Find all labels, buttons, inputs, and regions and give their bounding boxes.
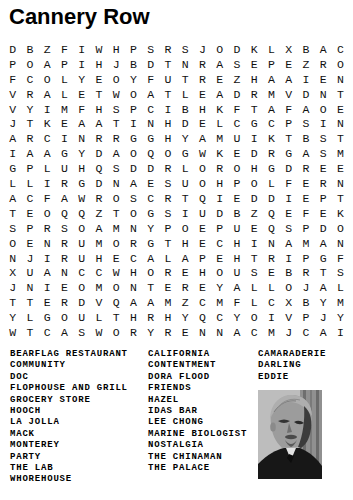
grid-cell[interactable]: D: [142, 161, 159, 176]
grid-cell[interactable]: Y: [211, 280, 228, 295]
grid-cell[interactable]: S: [315, 131, 332, 146]
grid-cell[interactable]: H: [73, 161, 90, 176]
grid-cell[interactable]: L: [56, 87, 73, 102]
grid-cell[interactable]: N: [39, 236, 56, 251]
grid-cell[interactable]: R: [159, 325, 176, 340]
grid-cell[interactable]: Z: [39, 42, 56, 57]
grid-cell[interactable]: H: [90, 57, 107, 72]
grid-cell[interactable]: P: [263, 57, 280, 72]
grid-cell[interactable]: A: [228, 325, 245, 340]
grid-cell[interactable]: I: [39, 102, 56, 117]
grid-cell[interactable]: V: [90, 295, 107, 310]
grid-cell[interactable]: I: [73, 57, 90, 72]
grid-cell[interactable]: B: [297, 295, 314, 310]
grid-cell[interactable]: N: [263, 236, 280, 251]
grid-cell[interactable]: G: [125, 131, 142, 146]
grid-cell[interactable]: R: [177, 280, 194, 295]
grid-cell[interactable]: P: [297, 221, 314, 236]
grid-cell[interactable]: E: [246, 221, 263, 236]
grid-cell[interactable]: S: [108, 102, 125, 117]
grid-cell[interactable]: T: [246, 102, 263, 117]
grid-cell[interactable]: S: [315, 146, 332, 161]
grid-cell[interactable]: L: [159, 251, 176, 266]
grid-cell[interactable]: A: [142, 87, 159, 102]
grid-cell[interactable]: D: [315, 221, 332, 236]
grid-cell[interactable]: I: [263, 310, 280, 325]
grid-cell[interactable]: O: [108, 325, 125, 340]
grid-cell[interactable]: F: [297, 206, 314, 221]
grid-cell[interactable]: H: [194, 265, 211, 280]
grid-cell[interactable]: J: [21, 251, 38, 266]
grid-cell[interactable]: D: [211, 206, 228, 221]
grid-cell[interactable]: Q: [142, 146, 159, 161]
grid-cell[interactable]: C: [263, 295, 280, 310]
grid-cell[interactable]: R: [56, 295, 73, 310]
grid-cell[interactable]: P: [297, 251, 314, 266]
grid-cell[interactable]: C: [297, 325, 314, 340]
grid-cell[interactable]: N: [332, 116, 349, 131]
grid-cell[interactable]: T: [332, 87, 349, 102]
grid-cell[interactable]: E: [177, 265, 194, 280]
grid-cell[interactable]: Q: [90, 161, 107, 176]
grid-cell[interactable]: L: [21, 176, 38, 191]
grid-cell[interactable]: P: [21, 221, 38, 236]
grid-cell[interactable]: X: [4, 265, 21, 280]
grid-cell[interactable]: W: [108, 265, 125, 280]
grid-cell[interactable]: V: [280, 87, 297, 102]
grid-cell[interactable]: W: [90, 42, 107, 57]
grid-cell[interactable]: R: [90, 131, 107, 146]
grid-cell[interactable]: U: [56, 161, 73, 176]
grid-cell[interactable]: P: [125, 102, 142, 117]
grid-cell[interactable]: E: [211, 72, 228, 87]
grid-cell[interactable]: J: [280, 325, 297, 340]
grid-cell[interactable]: N: [21, 280, 38, 295]
grid-cell[interactable]: O: [280, 280, 297, 295]
grid-cell[interactable]: Q: [73, 206, 90, 221]
grid-cell[interactable]: N: [56, 265, 73, 280]
grid-cell[interactable]: R: [297, 161, 314, 176]
grid-cell[interactable]: E: [332, 161, 349, 176]
grid-cell[interactable]: Y: [125, 72, 142, 87]
grid-cell[interactable]: R: [56, 236, 73, 251]
grid-cell[interactable]: C: [90, 265, 107, 280]
grid-cell[interactable]: H: [125, 310, 142, 325]
grid-cell[interactable]: G: [177, 146, 194, 161]
grid-cell[interactable]: T: [4, 206, 21, 221]
grid-cell[interactable]: V: [4, 87, 21, 102]
grid-cell[interactable]: I: [159, 102, 176, 117]
grid-cell[interactable]: E: [211, 251, 228, 266]
grid-cell[interactable]: P: [211, 221, 228, 236]
grid-cell[interactable]: T: [159, 236, 176, 251]
grid-cell[interactable]: G: [246, 116, 263, 131]
grid-cell[interactable]: L: [90, 310, 107, 325]
grid-cell[interactable]: T: [332, 191, 349, 206]
grid-cell[interactable]: Q: [56, 206, 73, 221]
grid-cell[interactable]: O: [125, 87, 142, 102]
grid-cell[interactable]: O: [194, 176, 211, 191]
grid-cell[interactable]: R: [211, 161, 228, 176]
grid-cell[interactable]: F: [332, 251, 349, 266]
grid-cell[interactable]: A: [125, 176, 142, 191]
grid-cell[interactable]: N: [332, 176, 349, 191]
grid-cell[interactable]: G: [56, 146, 73, 161]
grid-cell[interactable]: Q: [194, 310, 211, 325]
grid-cell[interactable]: Z: [297, 57, 314, 72]
grid-cell[interactable]: F: [142, 72, 159, 87]
grid-cell[interactable]: A: [263, 102, 280, 117]
grid-cell[interactable]: L: [263, 280, 280, 295]
grid-cell[interactable]: O: [194, 161, 211, 176]
grid-cell[interactable]: G: [315, 251, 332, 266]
grid-cell[interactable]: H: [228, 251, 245, 266]
grid-cell[interactable]: E: [194, 236, 211, 251]
grid-cell[interactable]: I: [39, 280, 56, 295]
grid-cell[interactable]: E: [246, 57, 263, 72]
grid-cell[interactable]: I: [39, 251, 56, 266]
grid-cell[interactable]: Y: [177, 131, 194, 146]
grid-cell[interactable]: P: [315, 191, 332, 206]
grid-cell[interactable]: P: [56, 57, 73, 72]
grid-cell[interactable]: D: [90, 146, 107, 161]
grid-cell[interactable]: O: [177, 221, 194, 236]
grid-cell[interactable]: L: [263, 176, 280, 191]
grid-cell[interactable]: D: [4, 42, 21, 57]
grid-cell[interactable]: R: [159, 42, 176, 57]
grid-cell[interactable]: M: [56, 102, 73, 117]
grid-cell[interactable]: C: [39, 325, 56, 340]
grid-cell[interactable]: N: [4, 251, 21, 266]
grid-cell[interactable]: L: [246, 295, 263, 310]
grid-cell[interactable]: T: [315, 265, 332, 280]
grid-cell[interactable]: J: [315, 310, 332, 325]
grid-cell[interactable]: R: [125, 325, 142, 340]
grid-cell[interactable]: R: [108, 131, 125, 146]
grid-cell[interactable]: M: [263, 87, 280, 102]
grid-cell[interactable]: E: [142, 176, 159, 191]
grid-cell[interactable]: M: [263, 325, 280, 340]
grid-cell[interactable]: D: [280, 161, 297, 176]
grid-cell[interactable]: A: [39, 146, 56, 161]
grid-cell[interactable]: A: [56, 191, 73, 206]
grid-cell[interactable]: A: [90, 221, 107, 236]
grid-cell[interactable]: W: [4, 325, 21, 340]
grid-cell[interactable]: U: [228, 131, 245, 146]
grid-cell[interactable]: Z: [228, 72, 245, 87]
grid-cell[interactable]: L: [211, 116, 228, 131]
grid-cell[interactable]: Z: [246, 206, 263, 221]
grid-cell[interactable]: T: [142, 280, 159, 295]
grid-cell[interactable]: S: [125, 191, 142, 206]
grid-cell[interactable]: E: [280, 57, 297, 72]
grid-cell[interactable]: N: [177, 57, 194, 72]
grid-cell[interactable]: O: [125, 146, 142, 161]
grid-cell[interactable]: Y: [73, 72, 90, 87]
grid-cell[interactable]: O: [108, 72, 125, 87]
grid-cell[interactable]: A: [194, 131, 211, 146]
grid-cell[interactable]: R: [315, 176, 332, 191]
grid-cell[interactable]: B: [297, 42, 314, 57]
grid-cell[interactable]: C: [246, 325, 263, 340]
grid-cell[interactable]: J: [4, 280, 21, 295]
grid-cell[interactable]: O: [211, 265, 228, 280]
grid-cell[interactable]: M: [332, 146, 349, 161]
grid-cell[interactable]: E: [39, 295, 56, 310]
grid-cell[interactable]: Q: [194, 191, 211, 206]
grid-cell[interactable]: S: [73, 325, 90, 340]
grid-cell[interactable]: Y: [4, 310, 21, 325]
grid-cell[interactable]: A: [90, 116, 107, 131]
grid-cell[interactable]: F: [280, 176, 297, 191]
grid-cell[interactable]: I: [4, 146, 21, 161]
grid-cell[interactable]: I: [332, 325, 349, 340]
grid-cell[interactable]: D: [246, 146, 263, 161]
grid-cell[interactable]: D: [263, 191, 280, 206]
grid-cell[interactable]: D: [228, 42, 245, 57]
grid-cell[interactable]: W: [108, 87, 125, 102]
grid-cell[interactable]: S: [228, 57, 245, 72]
grid-cell[interactable]: J: [194, 42, 211, 57]
grid-cell[interactable]: S: [56, 221, 73, 236]
grid-cell[interactable]: W: [73, 191, 90, 206]
grid-cell[interactable]: R: [39, 221, 56, 236]
grid-cell[interactable]: M: [90, 280, 107, 295]
grid-cell[interactable]: Q: [263, 221, 280, 236]
grid-cell[interactable]: M: [159, 295, 176, 310]
grid-cell[interactable]: T: [159, 87, 176, 102]
grid-cell[interactable]: A: [142, 295, 159, 310]
grid-cell[interactable]: R: [125, 236, 142, 251]
grid-cell[interactable]: E: [177, 325, 194, 340]
grid-cell[interactable]: E: [228, 191, 245, 206]
grid-cell[interactable]: O: [211, 42, 228, 57]
grid-cell[interactable]: E: [315, 72, 332, 87]
grid-cell[interactable]: F: [56, 42, 73, 57]
grid-cell[interactable]: N: [332, 72, 349, 87]
grid-cell[interactable]: L: [177, 87, 194, 102]
grid-cell[interactable]: Q: [263, 206, 280, 221]
grid-cell[interactable]: N: [211, 325, 228, 340]
grid-cell[interactable]: E: [21, 206, 38, 221]
grid-cell[interactable]: U: [228, 221, 245, 236]
grid-cell[interactable]: B: [125, 57, 142, 72]
grid-cell[interactable]: K: [332, 206, 349, 221]
grid-cell[interactable]: A: [315, 325, 332, 340]
grid-cell[interactable]: H: [159, 116, 176, 131]
grid-cell[interactable]: S: [177, 42, 194, 57]
grid-cell[interactable]: K: [246, 42, 263, 57]
grid-cell[interactable]: T: [108, 310, 125, 325]
grid-cell[interactable]: E: [194, 87, 211, 102]
grid-cell[interactable]: N: [125, 280, 142, 295]
grid-cell[interactable]: Z: [177, 295, 194, 310]
grid-cell[interactable]: T: [280, 131, 297, 146]
grid-cell[interactable]: H: [177, 236, 194, 251]
grid-cell[interactable]: S: [159, 176, 176, 191]
grid-cell[interactable]: M: [332, 295, 349, 310]
grid-cell[interactable]: A: [39, 265, 56, 280]
grid-cell[interactable]: E: [159, 280, 176, 295]
grid-cell[interactable]: A: [108, 146, 125, 161]
grid-cell[interactable]: C: [21, 72, 38, 87]
grid-cell[interactable]: M: [90, 236, 107, 251]
grid-cell[interactable]: N: [142, 116, 159, 131]
grid-cell[interactable]: J: [108, 57, 125, 72]
grid-cell[interactable]: E: [194, 280, 211, 295]
grid-cell[interactable]: R: [263, 251, 280, 266]
grid-cell[interactable]: O: [125, 206, 142, 221]
grid-cell[interactable]: D: [125, 161, 142, 176]
grid-cell[interactable]: C: [211, 310, 228, 325]
grid-cell[interactable]: Z: [90, 206, 107, 221]
grid-cell[interactable]: C: [142, 102, 159, 117]
grid-cell[interactable]: G: [280, 146, 297, 161]
grid-cell[interactable]: T: [159, 57, 176, 72]
grid-cell[interactable]: H: [211, 176, 228, 191]
grid-cell[interactable]: O: [332, 221, 349, 236]
grid-cell[interactable]: O: [228, 161, 245, 176]
grid-cell[interactable]: O: [73, 280, 90, 295]
grid-cell[interactable]: L: [39, 161, 56, 176]
grid-cell[interactable]: A: [4, 191, 21, 206]
grid-cell[interactable]: U: [73, 310, 90, 325]
grid-cell[interactable]: F: [4, 72, 21, 87]
grid-cell[interactable]: L: [263, 42, 280, 57]
grid-cell[interactable]: T: [21, 295, 38, 310]
grid-cell[interactable]: T: [108, 206, 125, 221]
grid-cell[interactable]: C: [142, 191, 159, 206]
grid-cell[interactable]: U: [73, 236, 90, 251]
grid-cell[interactable]: F: [280, 102, 297, 117]
grid-cell[interactable]: A: [263, 72, 280, 87]
grid-cell[interactable]: D: [228, 87, 245, 102]
grid-cell[interactable]: R: [159, 161, 176, 176]
grid-cell[interactable]: Y: [315, 295, 332, 310]
grid-cell[interactable]: R: [21, 131, 38, 146]
grid-cell[interactable]: T: [108, 116, 125, 131]
grid-cell[interactable]: N: [125, 221, 142, 236]
grid-cell[interactable]: F: [228, 102, 245, 117]
grid-cell[interactable]: X: [280, 42, 297, 57]
grid-cell[interactable]: A: [297, 146, 314, 161]
grid-cell[interactable]: L: [21, 310, 38, 325]
grid-cell[interactable]: F: [73, 102, 90, 117]
grid-cell[interactable]: B: [297, 131, 314, 146]
grid-cell[interactable]: P: [4, 57, 21, 72]
grid-cell[interactable]: T: [90, 87, 107, 102]
grid-cell[interactable]: E: [194, 221, 211, 236]
grid-cell[interactable]: G: [263, 161, 280, 176]
grid-cell[interactable]: C: [228, 116, 245, 131]
grid-cell[interactable]: D: [177, 116, 194, 131]
grid-cell[interactable]: L: [332, 280, 349, 295]
grid-cell[interactable]: A: [56, 325, 73, 340]
grid-cell[interactable]: S: [280, 221, 297, 236]
grid-cell[interactable]: H: [159, 131, 176, 146]
grid-cell[interactable]: R: [159, 265, 176, 280]
grid-cell[interactable]: R: [56, 176, 73, 191]
grid-cell[interactable]: H: [108, 42, 125, 57]
grid-cell[interactable]: N: [194, 325, 211, 340]
grid-cell[interactable]: M: [211, 131, 228, 146]
grid-cell[interactable]: N: [315, 87, 332, 102]
grid-cell[interactable]: I: [125, 116, 142, 131]
grid-cell[interactable]: P: [280, 116, 297, 131]
grid-cell[interactable]: I: [246, 236, 263, 251]
grid-cell[interactable]: O: [108, 236, 125, 251]
grid-cell[interactable]: S: [4, 221, 21, 236]
grid-cell[interactable]: O: [246, 176, 263, 191]
grid-cell[interactable]: E: [194, 116, 211, 131]
grid-cell[interactable]: R: [263, 146, 280, 161]
grid-cell[interactable]: Y: [73, 146, 90, 161]
grid-cell[interactable]: C: [194, 295, 211, 310]
grid-cell[interactable]: G: [142, 131, 159, 146]
grid-cell[interactable]: H: [228, 236, 245, 251]
grid-cell[interactable]: R: [56, 251, 73, 266]
grid-cell[interactable]: C: [263, 116, 280, 131]
grid-cell[interactable]: N: [332, 236, 349, 251]
grid-cell[interactable]: E: [56, 280, 73, 295]
grid-cell[interactable]: A: [280, 72, 297, 87]
grid-cell[interactable]: E: [56, 116, 73, 131]
grid-cell[interactable]: O: [39, 206, 56, 221]
grid-cell[interactable]: D: [73, 295, 90, 310]
grid-cell[interactable]: Y: [142, 325, 159, 340]
grid-cell[interactable]: H: [194, 102, 211, 117]
grid-cell[interactable]: A: [315, 42, 332, 57]
grid-cell[interactable]: R: [297, 265, 314, 280]
grid-cell[interactable]: O: [73, 221, 90, 236]
grid-cell[interactable]: U: [194, 206, 211, 221]
grid-cell[interactable]: G: [4, 161, 21, 176]
grid-cell[interactable]: E: [297, 191, 314, 206]
grid-cell[interactable]: E: [280, 206, 297, 221]
grid-cell[interactable]: K: [211, 146, 228, 161]
grid-cell[interactable]: P: [159, 221, 176, 236]
grid-cell[interactable]: Y: [228, 310, 245, 325]
grid-cell[interactable]: I: [246, 131, 263, 146]
grid-cell[interactable]: S: [246, 265, 263, 280]
grid-cell[interactable]: X: [280, 295, 297, 310]
grid-cell[interactable]: B: [228, 206, 245, 221]
grid-cell[interactable]: A: [39, 57, 56, 72]
grid-cell[interactable]: Y: [177, 310, 194, 325]
grid-cell[interactable]: Y: [21, 102, 38, 117]
grid-cell[interactable]: I: [56, 131, 73, 146]
grid-cell[interactable]: O: [142, 265, 159, 280]
grid-cell[interactable]: A: [211, 57, 228, 72]
grid-cell[interactable]: H: [246, 161, 263, 176]
grid-cell[interactable]: T: [21, 116, 38, 131]
grid-cell[interactable]: I: [280, 191, 297, 206]
grid-cell[interactable]: U: [159, 72, 176, 87]
grid-cell[interactable]: R: [90, 191, 107, 206]
grid-cell[interactable]: T: [4, 295, 21, 310]
grid-cell[interactable]: F: [39, 191, 56, 206]
grid-cell[interactable]: C: [332, 42, 349, 57]
grid-cell[interactable]: P: [194, 251, 211, 266]
grid-cell[interactable]: L: [246, 280, 263, 295]
grid-cell[interactable]: D: [90, 176, 107, 191]
grid-cell[interactable]: K: [39, 116, 56, 131]
grid-cell[interactable]: U: [228, 265, 245, 280]
grid-cell[interactable]: O: [4, 236, 21, 251]
grid-cell[interactable]: B: [21, 42, 38, 57]
grid-cell[interactable]: E: [90, 72, 107, 87]
grid-cell[interactable]: Y: [332, 310, 349, 325]
